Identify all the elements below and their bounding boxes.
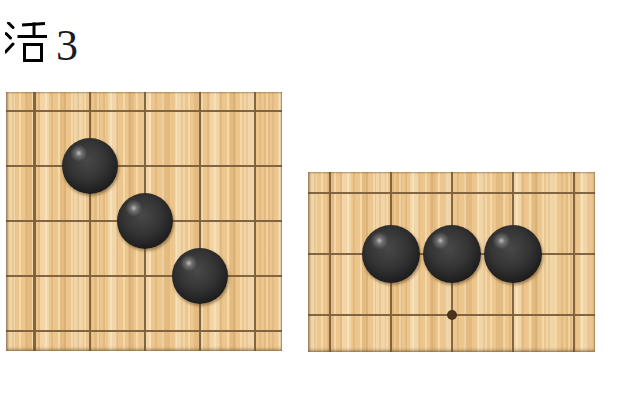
black-stone: [172, 248, 228, 304]
tsumego-page: 活 3: [0, 0, 624, 398]
hoshi-point: [447, 310, 457, 320]
black-stone: [362, 225, 420, 283]
title-kanji-text: 活: [0, 0, 1, 1]
black-stone: [117, 193, 173, 249]
title-kanji-glyph: [5, 22, 48, 62]
black-stone: [423, 225, 481, 283]
problem-title: 活 3: [0, 0, 120, 70]
black-stone: [62, 138, 118, 194]
black-stone: [484, 225, 542, 283]
go-board-answer[interactable]: [308, 172, 595, 352]
go-board-problem[interactable]: [6, 92, 282, 351]
title-number: 3: [56, 24, 78, 68]
